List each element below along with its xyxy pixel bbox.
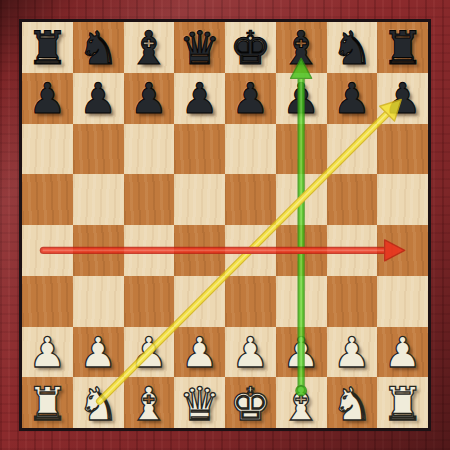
square-h3[interactable] [377,276,428,327]
square-d8[interactable]: ♛ [174,22,225,73]
square-g7[interactable]: ♟ [327,73,378,124]
square-a8[interactable]: ♜ [22,22,73,73]
square-f3[interactable] [276,276,327,327]
square-g3[interactable] [327,276,378,327]
square-b3[interactable] [73,276,124,327]
piece-white-pawn[interactable]: ♟ [29,332,67,374]
square-f6[interactable] [276,124,327,175]
square-e4[interactable] [225,225,276,276]
square-d5[interactable] [174,174,225,225]
square-f7[interactable]: ♟ [276,73,327,124]
square-a5[interactable] [22,174,73,225]
square-d7[interactable]: ♟ [174,73,225,124]
square-e8[interactable]: ♚ [225,22,276,73]
piece-white-pawn[interactable]: ♟ [232,332,270,374]
chess-board[interactable]: ♜♞♝♛♚♝♞♜♟♟♟♟♟♟♟♟♟♟♟♟♟♟♟♟♜♞♝♛♚♝♞♜ [22,22,428,428]
piece-black-rook[interactable]: ♜ [27,25,68,71]
square-b2[interactable]: ♟ [73,327,124,378]
square-c7[interactable]: ♟ [124,73,175,124]
square-h1[interactable]: ♜ [377,377,428,428]
piece-black-pawn[interactable]: ♟ [282,78,320,120]
square-c6[interactable] [124,124,175,175]
square-f8[interactable]: ♝ [276,22,327,73]
square-e1[interactable]: ♚ [225,377,276,428]
square-g2[interactable]: ♟ [327,327,378,378]
square-a7[interactable]: ♟ [22,73,73,124]
square-d3[interactable] [174,276,225,327]
square-h5[interactable] [377,174,428,225]
square-h2[interactable]: ♟ [377,327,428,378]
square-h6[interactable] [377,124,428,175]
square-a1[interactable]: ♜ [22,377,73,428]
piece-black-pawn[interactable]: ♟ [232,78,270,120]
square-a2[interactable]: ♟ [22,327,73,378]
piece-black-king[interactable]: ♚ [230,25,271,71]
chess-app: ♜♞♝♛♚♝♞♜♟♟♟♟♟♟♟♟♟♟♟♟♟♟♟♟♜♞♝♛♚♝♞♜ Chess s… [0,0,450,450]
piece-white-pawn[interactable]: ♟ [79,332,117,374]
square-d1[interactable]: ♛ [174,377,225,428]
square-b7[interactable]: ♟ [73,73,124,124]
piece-black-bishop[interactable]: ♝ [281,25,322,71]
square-g8[interactable]: ♞ [327,22,378,73]
square-b6[interactable] [73,124,124,175]
piece-white-pawn[interactable]: ♟ [282,332,320,374]
piece-black-knight[interactable]: ♞ [331,25,372,71]
square-f2[interactable]: ♟ [276,327,327,378]
square-e7[interactable]: ♟ [225,73,276,124]
piece-black-pawn[interactable]: ♟ [333,78,371,120]
piece-white-queen[interactable]: ♛ [179,381,220,427]
piece-white-knight[interactable]: ♞ [78,381,119,427]
square-e6[interactable] [225,124,276,175]
square-h7[interactable]: ♟ [377,73,428,124]
square-e3[interactable] [225,276,276,327]
piece-black-pawn[interactable]: ♟ [29,78,67,120]
square-e2[interactable]: ♟ [225,327,276,378]
piece-white-pawn[interactable]: ♟ [384,332,422,374]
piece-black-knight[interactable]: ♞ [78,25,119,71]
square-f4[interactable] [276,225,327,276]
square-c1[interactable]: ♝ [124,377,175,428]
square-c4[interactable] [124,225,175,276]
square-g4[interactable] [327,225,378,276]
board-inner-border: ♜♞♝♛♚♝♞♜♟♟♟♟♟♟♟♟♟♟♟♟♟♟♟♟♜♞♝♛♚♝♞♜ [19,19,431,431]
square-g6[interactable] [327,124,378,175]
square-b5[interactable] [73,174,124,225]
square-g5[interactable] [327,174,378,225]
square-e5[interactable] [225,174,276,225]
square-a4[interactable] [22,225,73,276]
piece-black-bishop[interactable]: ♝ [128,25,169,71]
piece-white-rook[interactable]: ♜ [27,381,68,427]
square-b8[interactable]: ♞ [73,22,124,73]
piece-black-rook[interactable]: ♜ [382,25,423,71]
piece-white-bishop[interactable]: ♝ [281,381,322,427]
square-a6[interactable] [22,124,73,175]
square-c3[interactable] [124,276,175,327]
piece-black-queen[interactable]: ♛ [179,25,220,71]
piece-white-pawn[interactable]: ♟ [181,332,219,374]
square-h8[interactable]: ♜ [377,22,428,73]
square-c5[interactable] [124,174,175,225]
piece-white-bishop[interactable]: ♝ [128,381,169,427]
square-c8[interactable]: ♝ [124,22,175,73]
square-g1[interactable]: ♞ [327,377,378,428]
piece-black-pawn[interactable]: ♟ [130,78,168,120]
piece-white-knight[interactable]: ♞ [331,381,372,427]
square-f1[interactable]: ♝ [276,377,327,428]
square-b1[interactable]: ♞ [73,377,124,428]
square-h4[interactable] [377,225,428,276]
square-d4[interactable] [174,225,225,276]
square-b4[interactable] [73,225,124,276]
square-d2[interactable]: ♟ [174,327,225,378]
piece-white-king[interactable]: ♚ [230,381,271,427]
square-f5[interactable] [276,174,327,225]
piece-black-pawn[interactable]: ♟ [181,78,219,120]
piece-black-pawn[interactable]: ♟ [384,78,422,120]
square-d6[interactable] [174,124,225,175]
piece-white-rook[interactable]: ♜ [382,381,423,427]
square-c2[interactable]: ♟ [124,327,175,378]
square-a3[interactable] [22,276,73,327]
piece-black-pawn[interactable]: ♟ [79,78,117,120]
piece-white-pawn[interactable]: ♟ [333,332,371,374]
piece-white-pawn[interactable]: ♟ [130,332,168,374]
board-frame: ♜♞♝♛♚♝♞♜♟♟♟♟♟♟♟♟♟♟♟♟♟♟♟♟♜♞♝♛♚♝♞♜ [0,0,450,450]
